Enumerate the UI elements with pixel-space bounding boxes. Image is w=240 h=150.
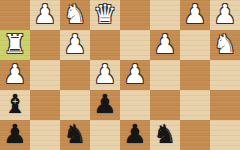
white-rook[interactable]: ♜: [3, 29, 26, 59]
chess-board: ♟♞♛♟♟♜♟♟♞♟♟♟♝♟♟♞♟♞: [0, 0, 240, 150]
square-d2[interactable]: [120, 0, 150, 30]
black-bishop[interactable]: ♝: [3, 89, 26, 119]
white-knight[interactable]: ♞: [213, 29, 236, 59]
square-c6[interactable]: ♞: [150, 120, 180, 150]
square-a3[interactable]: ♞: [210, 30, 240, 60]
white-pawn[interactable]: ♟: [183, 0, 206, 29]
square-d3[interactable]: [120, 30, 150, 60]
black-knight[interactable]: ♞: [153, 119, 176, 149]
black-knight[interactable]: ♞: [63, 119, 86, 149]
square-e5[interactable]: ♟: [90, 90, 120, 120]
square-g2[interactable]: ♟: [30, 0, 60, 30]
white-knight[interactable]: ♞: [63, 0, 86, 29]
white-pawn[interactable]: ♟: [153, 29, 176, 59]
square-f2[interactable]: ♞: [60, 0, 90, 30]
black-pawn[interactable]: ♟: [93, 89, 116, 119]
square-f6[interactable]: ♞: [60, 120, 90, 150]
square-e6[interactable]: [90, 120, 120, 150]
square-d6[interactable]: ♟: [120, 120, 150, 150]
square-h3[interactable]: ♜: [0, 30, 30, 60]
square-f4[interactable]: [60, 60, 90, 90]
square-d5[interactable]: [120, 90, 150, 120]
square-c4[interactable]: [150, 60, 180, 90]
square-e4[interactable]: ♟: [90, 60, 120, 90]
square-h4[interactable]: ♟: [0, 60, 30, 90]
square-h2[interactable]: [0, 0, 30, 30]
square-g4[interactable]: [30, 60, 60, 90]
white-pawn[interactable]: ♟: [213, 0, 236, 29]
square-c5[interactable]: [150, 90, 180, 120]
square-c3[interactable]: ♟: [150, 30, 180, 60]
white-queen[interactable]: ♛: [93, 0, 116, 29]
square-h6[interactable]: ♟: [0, 120, 30, 150]
square-a4[interactable]: [210, 60, 240, 90]
square-d4[interactable]: ♟: [120, 60, 150, 90]
square-e2[interactable]: ♛: [90, 0, 120, 30]
white-pawn[interactable]: ♟: [63, 29, 86, 59]
square-e3[interactable]: [90, 30, 120, 60]
black-pawn[interactable]: ♟: [123, 119, 146, 149]
square-f3[interactable]: ♟: [60, 30, 90, 60]
square-g5[interactable]: [30, 90, 60, 120]
square-b6[interactable]: [180, 120, 210, 150]
square-b5[interactable]: [180, 90, 210, 120]
square-a6[interactable]: [210, 120, 240, 150]
square-g6[interactable]: [30, 120, 60, 150]
square-c2[interactable]: [150, 0, 180, 30]
square-b4[interactable]: [180, 60, 210, 90]
square-a2[interactable]: ♟: [210, 0, 240, 30]
white-pawn[interactable]: ♟: [93, 59, 116, 89]
square-b2[interactable]: ♟: [180, 0, 210, 30]
white-pawn[interactable]: ♟: [3, 59, 26, 89]
square-b3[interactable]: [180, 30, 210, 60]
black-pawn[interactable]: ♟: [3, 119, 26, 149]
square-f5[interactable]: [60, 90, 90, 120]
white-pawn[interactable]: ♟: [33, 0, 56, 29]
square-g3[interactable]: [30, 30, 60, 60]
square-a5[interactable]: [210, 90, 240, 120]
white-pawn[interactable]: ♟: [123, 59, 146, 89]
square-h5[interactable]: ♝: [0, 90, 30, 120]
